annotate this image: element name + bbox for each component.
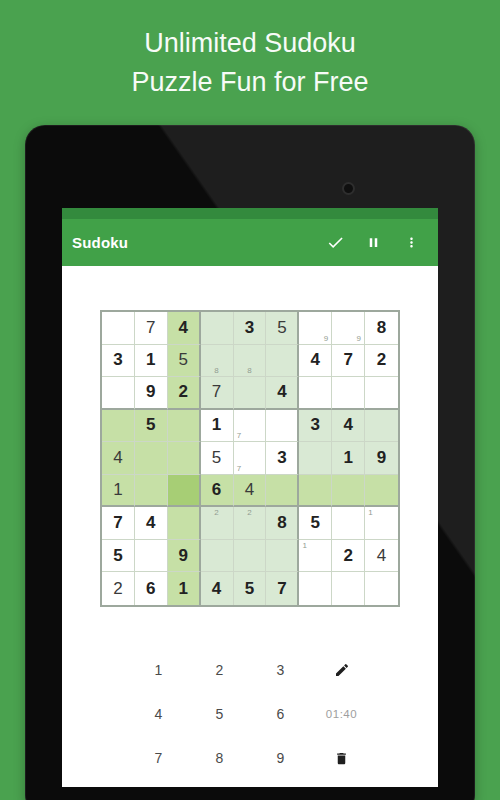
sudoku-cell-r7c8[interactable] (332, 507, 365, 540)
sudoku-cell-r4c7[interactable]: 3 (299, 410, 332, 443)
sudoku-cell-r9c5[interactable]: 5 (234, 572, 267, 605)
sudoku-cell-r2c8[interactable]: 7 (332, 345, 365, 378)
sudoku-cell-r8c5[interactable] (234, 540, 267, 573)
numpad-6[interactable]: 6 (250, 692, 311, 736)
sudoku-cell-r5c8[interactable]: 1 (332, 442, 365, 475)
sudoku-cell-r6c6[interactable] (266, 475, 299, 508)
sudoku-cell-r8c4[interactable] (201, 540, 234, 573)
sudoku-cell-r7c1[interactable]: 7 (102, 507, 135, 540)
sudoku-cell-r8c9[interactable]: 4 (365, 540, 398, 573)
pencil-mark: 8 (244, 366, 255, 377)
sudoku-cell-r8c2[interactable] (135, 540, 168, 573)
sudoku-cell-r4c4[interactable]: 1 (201, 410, 234, 443)
front-camera (342, 182, 355, 195)
sudoku-cell-r2c1[interactable]: 3 (102, 345, 135, 378)
sudoku-cell-r7c9[interactable]: 1 (365, 507, 398, 540)
sudoku-cell-r5c3[interactable] (168, 442, 201, 475)
sudoku-cell-r1c6[interactable]: 5 (266, 312, 299, 345)
sudoku-cell-r5c2[interactable] (135, 442, 168, 475)
numpad-5[interactable]: 5 (189, 692, 250, 736)
sudoku-cell-r9c6[interactable]: 7 (266, 572, 299, 605)
sudoku-cell-r5c4[interactable]: 5 (201, 442, 234, 475)
sudoku-cell-r5c5[interactable]: 7 (234, 442, 267, 475)
numpad-4[interactable]: 4 (128, 692, 189, 736)
overflow-menu-icon[interactable] (400, 232, 422, 254)
sudoku-cell-r3c3[interactable]: 2 (168, 377, 201, 410)
numpad-9[interactable]: 9 (250, 736, 311, 780)
app-screen: Sudoku 743599831588472927451734457319164… (62, 208, 438, 787)
sudoku-cell-r3c8[interactable] (332, 377, 365, 410)
sudoku-cell-r4c1[interactable] (102, 410, 135, 443)
sudoku-cell-r3c1[interactable] (102, 377, 135, 410)
sudoku-cell-r8c7[interactable]: 1 (299, 540, 332, 573)
numpad-1[interactable]: 1 (128, 648, 189, 692)
sudoku-cell-r4c2[interactable]: 5 (135, 410, 168, 443)
sudoku-cell-r4c9[interactable] (365, 410, 398, 443)
sudoku-cell-r6c7[interactable] (299, 475, 332, 508)
numpad-8[interactable]: 8 (189, 736, 250, 780)
sudoku-cell-r1c9[interactable]: 8 (365, 312, 398, 345)
sudoku-cell-r7c4[interactable]: 2 (201, 507, 234, 540)
pencil-mark: 7 (234, 431, 245, 442)
sudoku-cell-r1c2[interactable]: 7 (135, 312, 168, 345)
promo-line-1: Unlimited Sudoku (0, 24, 500, 63)
sudoku-cell-r5c7[interactable] (299, 442, 332, 475)
pencil-mark: 2 (244, 507, 255, 518)
sudoku-cell-r3c7[interactable] (299, 377, 332, 410)
sudoku-cell-r9c1[interactable]: 2 (102, 572, 135, 605)
sudoku-cell-r3c2[interactable]: 9 (135, 377, 168, 410)
sudoku-cell-r1c4[interactable] (201, 312, 234, 345)
sudoku-cell-r9c4[interactable]: 4 (201, 572, 234, 605)
tablet-frame: Sudoku 743599831588472927451734457319164… (25, 125, 475, 800)
pencil-mark: 9 (353, 333, 364, 344)
sudoku-cell-r6c9[interactable] (365, 475, 398, 508)
sudoku-cell-r1c8[interactable]: 9 (332, 312, 365, 345)
promo-line-2: Puzzle Fun for Free (0, 63, 500, 102)
sudoku-cell-r7c6[interactable]: 8 (266, 507, 299, 540)
appbar-actions (324, 232, 422, 254)
pencil-mark: 7 (234, 463, 245, 474)
sudoku-cell-r6c2[interactable] (135, 475, 168, 508)
sudoku-cell-r7c3[interactable] (168, 507, 201, 540)
pencil-mark: 8 (211, 366, 222, 377)
check-icon[interactable] (324, 232, 346, 254)
sudoku-cell-r2c7[interactable]: 4 (299, 345, 332, 378)
sudoku-cell-r3c4[interactable]: 7 (201, 377, 234, 410)
sudoku-cell-r3c9[interactable] (365, 377, 398, 410)
numpad-2[interactable]: 2 (189, 648, 250, 692)
sudoku-cell-r2c5[interactable]: 8 (234, 345, 267, 378)
sudoku-cell-r7c2[interactable]: 4 (135, 507, 168, 540)
sudoku-cell-r9c3[interactable]: 1 (168, 572, 201, 605)
sudoku-cell-r2c6[interactable] (266, 345, 299, 378)
sudoku-cell-r4c5[interactable]: 7 (234, 410, 267, 443)
sudoku-cell-r1c3[interactable]: 4 (168, 312, 201, 345)
sudoku-cell-r9c7[interactable] (299, 572, 332, 605)
sudoku-cell-r2c3[interactable]: 5 (168, 345, 201, 378)
pencil-icon[interactable] (311, 648, 372, 692)
sudoku-cell-r9c2[interactable]: 6 (135, 572, 168, 605)
sudoku-cell-r4c3[interactable] (168, 410, 201, 443)
sudoku-cell-r6c1[interactable]: 1 (102, 475, 135, 508)
sudoku-cell-r6c8[interactable] (332, 475, 365, 508)
sudoku-cell-r5c6[interactable]: 3 (266, 442, 299, 475)
app-bar: Sudoku (62, 219, 438, 266)
numpad-3[interactable]: 3 (250, 648, 311, 692)
sudoku-cell-r2c9[interactable]: 2 (365, 345, 398, 378)
sudoku-cell-r1c7[interactable]: 9 (299, 312, 332, 345)
game-timer: 01:40 (311, 692, 372, 736)
sudoku-cell-r2c4[interactable]: 8 (201, 345, 234, 378)
numpad-7[interactable]: 7 (128, 736, 189, 780)
sudoku-cell-r8c6[interactable] (266, 540, 299, 573)
pencil-mark: 9 (321, 333, 332, 344)
sudoku-cell-r7c5[interactable]: 2 (234, 507, 267, 540)
sudoku-cell-r9c8[interactable] (332, 572, 365, 605)
sudoku-cell-r8c1[interactable]: 5 (102, 540, 135, 573)
pencil-mark: 1 (365, 507, 376, 518)
sudoku-cell-r6c4[interactable]: 6 (201, 475, 234, 508)
sudoku-cell-r9c9[interactable] (365, 572, 398, 605)
sudoku-cell-r6c3[interactable] (168, 475, 201, 508)
sudoku-cell-r4c6[interactable] (266, 410, 299, 443)
sudoku-cell-r7c7[interactable]: 5 (299, 507, 332, 540)
sudoku-cell-r3c6[interactable]: 4 (266, 377, 299, 410)
sudoku-cell-r2c2[interactable]: 1 (135, 345, 168, 378)
sudoku-cell-r6c5[interactable]: 4 (234, 475, 267, 508)
pencil-mark: 2 (211, 507, 222, 518)
pencil-mark: 1 (299, 540, 310, 551)
promo-banner: Unlimited Sudoku Puzzle Fun for Free (0, 24, 500, 102)
sudoku-cell-r8c3[interactable]: 9 (168, 540, 201, 573)
sudoku-cell-r1c5[interactable]: 3 (234, 312, 267, 345)
sudoku-cell-r4c8[interactable]: 4 (332, 410, 365, 443)
sudoku-cell-r8c8[interactable]: 2 (332, 540, 365, 573)
sudoku-cell-r1c1[interactable] (102, 312, 135, 345)
trash-icon[interactable] (311, 736, 372, 780)
app-title: Sudoku (72, 234, 128, 251)
number-pad: 12345601:40789 (128, 648, 372, 780)
sudoku-board: 7435998315884729274517344573191647422851… (100, 310, 400, 607)
sudoku-cell-r3c5[interactable] (234, 377, 267, 410)
sudoku-cell-r5c9[interactable]: 9 (365, 442, 398, 475)
sudoku-cell-r5c1[interactable]: 4 (102, 442, 135, 475)
status-bar (62, 208, 438, 219)
pause-icon[interactable] (362, 232, 384, 254)
